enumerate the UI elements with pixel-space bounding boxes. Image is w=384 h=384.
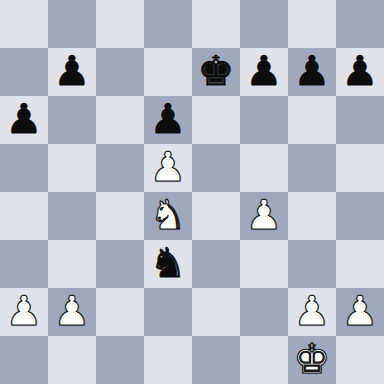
square-d4[interactable]: ♞ — [144, 192, 192, 240]
square-h7[interactable]: ♟ — [336, 48, 384, 96]
square-b2[interactable]: ♟ — [48, 288, 96, 336]
square-b8[interactable] — [48, 0, 96, 48]
square-g5[interactable] — [288, 144, 336, 192]
square-e7[interactable]: ♚ — [192, 48, 240, 96]
square-a3[interactable] — [0, 240, 48, 288]
square-b1[interactable] — [48, 336, 96, 384]
square-c8[interactable] — [96, 0, 144, 48]
square-f6[interactable] — [240, 96, 288, 144]
square-a7[interactable] — [0, 48, 48, 96]
square-f2[interactable] — [240, 288, 288, 336]
piece-white-king-g1[interactable]: ♚ — [294, 335, 331, 383]
square-b3[interactable] — [48, 240, 96, 288]
square-a6[interactable]: ♟ — [0, 96, 48, 144]
piece-white-pawn-g2[interactable]: ♟ — [294, 287, 331, 335]
square-h5[interactable] — [336, 144, 384, 192]
square-b6[interactable] — [48, 96, 96, 144]
piece-black-pawn-a6[interactable]: ♟ — [6, 95, 43, 143]
square-f5[interactable] — [240, 144, 288, 192]
square-a5[interactable] — [0, 144, 48, 192]
piece-black-pawn-b7[interactable]: ♟ — [54, 47, 91, 95]
square-c3[interactable] — [96, 240, 144, 288]
square-b5[interactable] — [48, 144, 96, 192]
piece-black-pawn-g7[interactable]: ♟ — [294, 47, 331, 95]
square-h2[interactable]: ♟ — [336, 288, 384, 336]
square-g6[interactable] — [288, 96, 336, 144]
square-a1[interactable] — [0, 336, 48, 384]
square-c4[interactable] — [96, 192, 144, 240]
square-c1[interactable] — [96, 336, 144, 384]
square-f4[interactable]: ♟ — [240, 192, 288, 240]
square-d1[interactable] — [144, 336, 192, 384]
square-c2[interactable] — [96, 288, 144, 336]
piece-black-king-e7[interactable]: ♚ — [198, 47, 235, 95]
square-h8[interactable] — [336, 0, 384, 48]
square-g3[interactable] — [288, 240, 336, 288]
square-d6[interactable]: ♟ — [144, 96, 192, 144]
square-f1[interactable] — [240, 336, 288, 384]
square-c6[interactable] — [96, 96, 144, 144]
piece-white-pawn-f4[interactable]: ♟ — [246, 191, 283, 239]
square-g1[interactable]: ♚ — [288, 336, 336, 384]
square-b4[interactable] — [48, 192, 96, 240]
square-d2[interactable] — [144, 288, 192, 336]
piece-black-knight-d3[interactable]: ♞ — [150, 239, 187, 287]
piece-white-pawn-a2[interactable]: ♟ — [6, 287, 43, 335]
square-h1[interactable] — [336, 336, 384, 384]
square-f3[interactable] — [240, 240, 288, 288]
piece-black-pawn-f7[interactable]: ♟ — [246, 47, 283, 95]
square-h6[interactable] — [336, 96, 384, 144]
square-f7[interactable]: ♟ — [240, 48, 288, 96]
square-e3[interactable] — [192, 240, 240, 288]
square-d3[interactable]: ♞ — [144, 240, 192, 288]
square-d8[interactable] — [144, 0, 192, 48]
chess-board: ♟♚♟♟♟♟♟♟♞♟♞♟♟♟♟♚ — [0, 0, 384, 384]
square-c7[interactable] — [96, 48, 144, 96]
square-e8[interactable] — [192, 0, 240, 48]
square-d7[interactable] — [144, 48, 192, 96]
square-g7[interactable]: ♟ — [288, 48, 336, 96]
square-a8[interactable] — [0, 0, 48, 48]
square-g8[interactable] — [288, 0, 336, 48]
square-a2[interactable]: ♟ — [0, 288, 48, 336]
piece-white-knight-d4[interactable]: ♞ — [150, 191, 187, 239]
square-d5[interactable]: ♟ — [144, 144, 192, 192]
piece-white-pawn-d5[interactable]: ♟ — [150, 143, 187, 191]
square-f8[interactable] — [240, 0, 288, 48]
square-e5[interactable] — [192, 144, 240, 192]
square-e4[interactable] — [192, 192, 240, 240]
square-e6[interactable] — [192, 96, 240, 144]
square-e2[interactable] — [192, 288, 240, 336]
square-h4[interactable] — [336, 192, 384, 240]
square-a4[interactable] — [0, 192, 48, 240]
piece-black-pawn-d6[interactable]: ♟ — [150, 95, 187, 143]
square-c5[interactable] — [96, 144, 144, 192]
piece-white-pawn-h2[interactable]: ♟ — [342, 287, 379, 335]
square-g2[interactable]: ♟ — [288, 288, 336, 336]
square-b7[interactable]: ♟ — [48, 48, 96, 96]
square-g4[interactable] — [288, 192, 336, 240]
square-e1[interactable] — [192, 336, 240, 384]
piece-black-pawn-h7[interactable]: ♟ — [342, 47, 379, 95]
piece-white-pawn-b2[interactable]: ♟ — [54, 287, 91, 335]
square-h3[interactable] — [336, 240, 384, 288]
